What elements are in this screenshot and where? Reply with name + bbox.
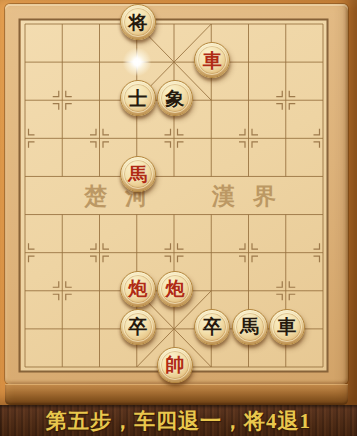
piece-glyph: 車 <box>203 51 222 70</box>
black-horse[interactable]: 馬 <box>232 309 268 345</box>
red-general[interactable]: 帥 <box>157 347 193 383</box>
piece-glyph: 卒 <box>203 317 222 336</box>
black-advisor[interactable]: 士 <box>120 80 156 116</box>
piece-glyph: 車 <box>277 317 296 336</box>
black-pawn-2[interactable]: 卒 <box>194 309 230 345</box>
piece-glyph: 卒 <box>128 317 147 336</box>
red-chariot[interactable]: 車 <box>194 42 230 78</box>
piece-glyph: 馬 <box>128 165 147 184</box>
caption-bar: 第五步，车四退一，将4退1 <box>0 405 357 436</box>
black-general[interactable]: 将 <box>120 4 156 40</box>
black-pawn-1[interactable]: 卒 <box>120 309 156 345</box>
piece-glyph: 炮 <box>128 279 147 298</box>
red-cannon-2[interactable]: 炮 <box>157 271 193 307</box>
piece-glyph: 将 <box>128 13 147 32</box>
red-horse[interactable]: 馬 <box>120 156 156 192</box>
red-cannon-1[interactable]: 炮 <box>120 271 156 307</box>
piece-glyph: 士 <box>128 89 147 108</box>
piece-glyph: 帥 <box>166 355 185 374</box>
piece-glyph: 馬 <box>240 317 259 336</box>
black-chariot[interactable]: 車 <box>269 309 305 345</box>
last-move-glow <box>122 47 152 77</box>
xiangqi-app: 楚河漢界 将車士象馬炮炮卒卒馬車帥 第五步，车四退一，将4退1 <box>0 0 357 436</box>
piece-glyph: 炮 <box>166 279 185 298</box>
pieces-layer[interactable]: 将車士象馬炮炮卒卒馬車帥 <box>0 0 357 405</box>
black-elephant[interactable]: 象 <box>157 80 193 116</box>
piece-glyph: 象 <box>166 89 185 108</box>
move-caption: 第五步，车四退一，将4退1 <box>46 407 311 435</box>
